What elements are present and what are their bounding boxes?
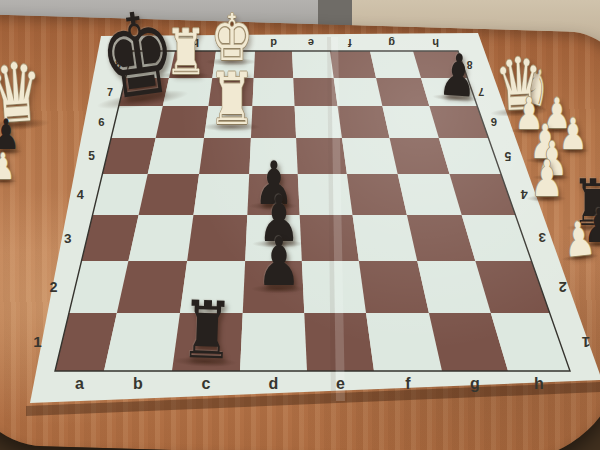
file-label-top-b: b <box>192 37 199 49</box>
rank-label-right-8: 8 <box>467 59 473 70</box>
file-label-bottom-h: h <box>534 375 544 392</box>
file-label-bottom-a: a <box>75 375 84 392</box>
file-label-bottom-f: f <box>405 375 411 392</box>
rank-label-right-1: 1 <box>581 334 590 351</box>
file-label-top-a: a <box>150 37 157 49</box>
file-label-bottom-b: b <box>133 375 143 392</box>
file-label-bottom-c: c <box>202 375 211 392</box>
rank-label-left-1: 1 <box>33 333 42 350</box>
mat-sheen <box>30 33 600 403</box>
file-label-bottom-d: d <box>269 375 279 392</box>
rank-label-left-2: 2 <box>49 279 57 295</box>
rank-label-right-7: 7 <box>478 86 484 98</box>
file-label-top-f: f <box>348 37 352 49</box>
file-label-bottom-e: e <box>336 375 345 392</box>
rank-label-right-5: 5 <box>504 149 511 163</box>
rank-label-left-8: 8 <box>115 59 121 70</box>
file-label-bottom-g: g <box>470 375 480 392</box>
rank-label-left-5: 5 <box>88 149 95 163</box>
rank-label-right-6: 6 <box>491 116 497 128</box>
rank-label-left-3: 3 <box>64 231 72 246</box>
file-label-top-e: e <box>308 37 314 49</box>
rank-label-right-2: 2 <box>559 279 567 295</box>
rank-label-right-3: 3 <box>538 230 546 245</box>
file-label-top-g: g <box>388 37 395 49</box>
file-label-top-h: h <box>432 37 439 49</box>
rank-label-right-4: 4 <box>521 187 528 201</box>
rank-label-left-6: 6 <box>98 116 104 128</box>
chess-board-mat: aabbccddeeffgghh1122334455667788 <box>0 0 600 450</box>
rank-label-left-7: 7 <box>107 86 113 98</box>
file-label-top-d: d <box>270 37 277 49</box>
file-label-top-c: c <box>232 37 238 49</box>
table-photo-scene: aabbccddeeffgghh1122334455667788 ♜♚♚♟♜♟♟… <box>0 0 600 450</box>
rank-label-left-4: 4 <box>77 188 84 202</box>
